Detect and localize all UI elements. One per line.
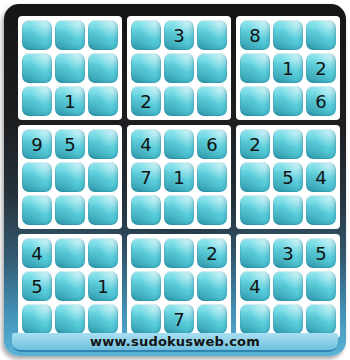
cell-r3c2[interactable]: 1	[55, 86, 85, 116]
cell-r2c5[interactable]	[164, 53, 194, 83]
cell-r3c4[interactable]: 2	[131, 86, 161, 116]
cell-r2c9[interactable]: 2	[306, 53, 336, 83]
cell-r6c9[interactable]	[306, 195, 336, 225]
cell-r5c6[interactable]	[197, 162, 227, 192]
cell-r1c7[interactable]: 8	[240, 20, 270, 50]
cell-r7c8[interactable]: 3	[273, 238, 303, 268]
cell-r5c1[interactable]	[22, 162, 52, 192]
cell-r5c3[interactable]	[88, 162, 118, 192]
cell-r8c8[interactable]	[273, 271, 303, 301]
cell-r7c4[interactable]	[131, 238, 161, 268]
cell-r1c6[interactable]	[197, 20, 227, 50]
cell-r1c2[interactable]	[55, 20, 85, 50]
cell-r5c7[interactable]	[240, 162, 270, 192]
cell-r6c5[interactable]	[164, 195, 194, 225]
sudoku-box-2: 32	[127, 16, 231, 120]
cell-r5c9[interactable]: 4	[306, 162, 336, 192]
cell-r4c2[interactable]: 5	[55, 129, 85, 159]
cell-r2c3[interactable]	[88, 53, 118, 83]
cell-r8c3[interactable]: 1	[88, 271, 118, 301]
cell-r1c4[interactable]	[131, 20, 161, 50]
cell-r4c1[interactable]: 9	[22, 129, 52, 159]
cell-r1c9[interactable]	[306, 20, 336, 50]
cell-r3c9[interactable]: 6	[306, 86, 336, 116]
cell-r4c6[interactable]: 6	[197, 129, 227, 159]
sudoku-box-5: 4671	[127, 125, 231, 229]
cell-r8c7[interactable]: 4	[240, 271, 270, 301]
sudoku-box-3: 8126	[236, 16, 340, 120]
cell-r9c4[interactable]	[131, 304, 161, 334]
footer-band: www.sudokusweb.com	[12, 333, 338, 352]
cell-r7c3[interactable]	[88, 238, 118, 268]
cell-r3c1[interactable]	[22, 86, 52, 116]
board-frame: 132812695467125445127354 www.sudokusweb.…	[4, 4, 346, 356]
cell-r2c8[interactable]: 1	[273, 53, 303, 83]
cell-r4c5[interactable]	[164, 129, 194, 159]
cell-r9c8[interactable]	[273, 304, 303, 334]
sudoku-box-4: 95	[18, 125, 122, 229]
cell-r7c7[interactable]	[240, 238, 270, 268]
sudoku-box-1: 1	[18, 16, 122, 120]
cell-r2c4[interactable]	[131, 53, 161, 83]
cell-r2c7[interactable]	[240, 53, 270, 83]
cell-r8c4[interactable]	[131, 271, 161, 301]
cell-r6c2[interactable]	[55, 195, 85, 225]
cell-r4c8[interactable]	[273, 129, 303, 159]
cell-r6c6[interactable]	[197, 195, 227, 225]
cell-r1c1[interactable]	[22, 20, 52, 50]
cell-r7c2[interactable]	[55, 238, 85, 268]
cell-r9c9[interactable]	[306, 304, 336, 334]
cell-r3c5[interactable]	[164, 86, 194, 116]
cell-r8c6[interactable]	[197, 271, 227, 301]
cell-r9c2[interactable]	[55, 304, 85, 334]
cell-r7c5[interactable]	[164, 238, 194, 268]
cell-r1c5[interactable]: 3	[164, 20, 194, 50]
cell-r1c8[interactable]	[273, 20, 303, 50]
cell-r8c1[interactable]: 5	[22, 271, 52, 301]
cell-r7c9[interactable]: 5	[306, 238, 336, 268]
cell-r2c6[interactable]	[197, 53, 227, 83]
cell-r5c8[interactable]: 5	[273, 162, 303, 192]
cell-r8c2[interactable]	[55, 271, 85, 301]
cell-r3c7[interactable]	[240, 86, 270, 116]
cell-r6c4[interactable]	[131, 195, 161, 225]
cell-r8c9[interactable]	[306, 271, 336, 301]
cell-r7c6[interactable]: 2	[197, 238, 227, 268]
sudoku-box-9: 354	[236, 234, 340, 338]
cell-r2c1[interactable]	[22, 53, 52, 83]
cell-r9c5[interactable]: 7	[164, 304, 194, 334]
sudoku-box-7: 451	[18, 234, 122, 338]
website-link[interactable]: www.sudokusweb.com	[90, 334, 260, 349]
cell-r6c3[interactable]	[88, 195, 118, 225]
cell-r2c2[interactable]	[55, 53, 85, 83]
cell-r9c1[interactable]	[22, 304, 52, 334]
cell-r5c4[interactable]: 7	[131, 162, 161, 192]
cell-r3c8[interactable]	[273, 86, 303, 116]
cell-r4c7[interactable]: 2	[240, 129, 270, 159]
cell-r3c3[interactable]	[88, 86, 118, 116]
cell-r4c4[interactable]: 4	[131, 129, 161, 159]
cell-r5c2[interactable]	[55, 162, 85, 192]
cell-r9c3[interactable]	[88, 304, 118, 334]
cell-r4c3[interactable]	[88, 129, 118, 159]
cell-r1c3[interactable]	[88, 20, 118, 50]
cell-r9c7[interactable]	[240, 304, 270, 334]
sudoku-box-6: 254	[236, 125, 340, 229]
sudoku-box-8: 27	[127, 234, 231, 338]
cell-r6c8[interactable]	[273, 195, 303, 225]
cell-r4c9[interactable]	[306, 129, 336, 159]
cell-r5c5[interactable]: 1	[164, 162, 194, 192]
cell-r3c6[interactable]	[197, 86, 227, 116]
cell-r6c7[interactable]	[240, 195, 270, 225]
cell-r8c5[interactable]	[164, 271, 194, 301]
sudoku-board: 132812695467125445127354	[18, 16, 340, 338]
cell-r7c1[interactable]: 4	[22, 238, 52, 268]
cell-r6c1[interactable]	[22, 195, 52, 225]
cell-r9c6[interactable]	[197, 304, 227, 334]
